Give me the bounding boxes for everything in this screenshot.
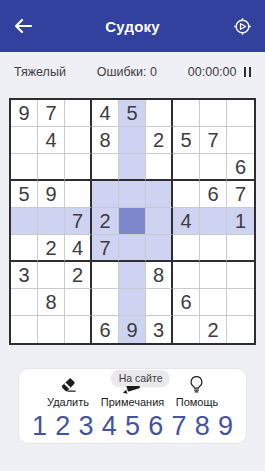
cell-r1c6[interactable] — [146, 100, 173, 127]
notes-badge: На сайте — [112, 370, 170, 386]
cell-r9c7[interactable] — [173, 316, 200, 343]
cell-r5c3[interactable]: 7 — [65, 208, 92, 235]
arrow-left-icon — [13, 18, 33, 34]
cell-r4c9[interactable]: 7 — [227, 181, 254, 208]
cell-r9c3[interactable] — [65, 316, 92, 343]
cell-r3c8[interactable] — [200, 154, 227, 181]
cell-r4c4[interactable] — [92, 181, 119, 208]
cell-r9c2[interactable] — [38, 316, 65, 343]
cell-r6c7[interactable] — [173, 235, 200, 262]
cell-r7c9[interactable] — [227, 262, 254, 289]
numpad-3[interactable]: 3 — [78, 413, 93, 440]
cell-r3c3[interactable] — [65, 154, 92, 181]
cell-r5c9[interactable]: 1 — [227, 208, 254, 235]
cell-r1c7[interactable] — [173, 100, 200, 127]
cell-r6c2[interactable]: 2 — [38, 235, 65, 262]
cell-r9c6[interactable]: 3 — [146, 316, 173, 343]
cell-r4c1[interactable]: 5 — [11, 181, 38, 208]
cell-r5c8[interactable] — [200, 208, 227, 235]
cell-r5c4[interactable]: 2 — [92, 208, 119, 235]
cell-r2c6[interactable]: 2 — [146, 127, 173, 154]
settings-button[interactable] — [228, 17, 252, 36]
cell-r3c2[interactable] — [38, 154, 65, 181]
cell-r4c6[interactable] — [146, 181, 173, 208]
cell-r3c5[interactable] — [119, 154, 146, 181]
mistakes-count: 0 — [150, 65, 157, 79]
cell-r9c8[interactable]: 2 — [200, 316, 227, 343]
sudoku-app: Судоку Тяжелый Ошибки: 0 00:00:00 974548… — [0, 0, 265, 471]
cell-r6c5[interactable] — [119, 235, 146, 262]
cell-r1c3[interactable] — [65, 100, 92, 127]
cell-r8c4[interactable] — [92, 289, 119, 316]
numpad: 123456789 — [28, 413, 237, 440]
cell-r2c3[interactable] — [65, 127, 92, 154]
timer-wrap: 00:00:00 — [188, 65, 251, 79]
cell-r8c2[interactable]: 8 — [38, 289, 65, 316]
cell-r7c1[interactable]: 3 — [11, 262, 38, 289]
cell-r8c6[interactable] — [146, 289, 173, 316]
actions-row: Удалить На сайте Примечания — [28, 375, 237, 408]
help-label: Помощь — [176, 396, 219, 408]
cell-r6c8[interactable] — [200, 235, 227, 262]
cell-r2c4[interactable]: 8 — [92, 127, 119, 154]
cell-r2c8[interactable]: 7 — [200, 127, 227, 154]
cell-r9c4[interactable]: 6 — [92, 316, 119, 343]
toolbar-card: Удалить На сайте Примечания — [18, 368, 247, 444]
app-bar: Судоку — [0, 0, 265, 52]
numpad-4[interactable]: 4 — [102, 413, 117, 440]
numpad-5[interactable]: 5 — [125, 413, 140, 440]
numpad-1[interactable]: 1 — [32, 413, 47, 440]
status-row: Тяжелый Ошибки: 0 00:00:00 — [14, 65, 251, 79]
page-title: Судоку — [37, 18, 228, 35]
cell-r1c4[interactable]: 4 — [92, 100, 119, 127]
cell-r5c5[interactable] — [119, 208, 146, 235]
cell-r1c8[interactable] — [200, 100, 227, 127]
numpad-8[interactable]: 8 — [195, 413, 210, 440]
eraser-icon — [58, 375, 78, 394]
numpad-9[interactable]: 9 — [218, 413, 233, 440]
sudoku-board: 974548257659677241247328866932 — [9, 98, 256, 345]
cell-r3c9[interactable]: 6 — [227, 154, 254, 181]
cell-r4c8[interactable]: 6 — [200, 181, 227, 208]
cell-r7c7[interactable] — [173, 262, 200, 289]
numpad-6[interactable]: 6 — [148, 413, 163, 440]
numpad-2[interactable]: 2 — [55, 413, 70, 440]
cell-r2c9[interactable] — [227, 127, 254, 154]
notes-button[interactable]: На сайте Примечания — [101, 375, 165, 408]
cell-r7c8[interactable] — [200, 262, 227, 289]
lightbulb-icon — [188, 375, 205, 394]
cell-r9c5[interactable]: 9 — [119, 316, 146, 343]
timer-value: 00:00:00 — [188, 65, 237, 79]
cell-r2c7[interactable]: 5 — [173, 127, 200, 154]
cell-r6c9[interactable] — [227, 235, 254, 262]
cell-r1c1[interactable]: 9 — [11, 100, 38, 127]
cell-r2c5[interactable] — [119, 127, 146, 154]
cell-r8c7[interactable]: 6 — [173, 289, 200, 316]
cell-r8c5[interactable] — [119, 289, 146, 316]
cell-r1c5[interactable]: 5 — [119, 100, 146, 127]
cell-r4c7[interactable] — [173, 181, 200, 208]
cell-r2c2[interactable]: 4 — [38, 127, 65, 154]
cell-r9c1[interactable] — [11, 316, 38, 343]
pause-icon — [244, 67, 247, 77]
pause-icon — [249, 67, 252, 77]
cell-r6c6[interactable] — [146, 235, 173, 262]
cell-r9c9[interactable] — [227, 316, 254, 343]
notes-label: Примечания — [101, 396, 165, 408]
cell-r5c7[interactable]: 4 — [173, 208, 200, 235]
cell-r8c9[interactable] — [227, 289, 254, 316]
cell-r4c3[interactable] — [65, 181, 92, 208]
cell-r3c1[interactable] — [11, 154, 38, 181]
cell-r7c4[interactable] — [92, 262, 119, 289]
erase-button[interactable]: Удалить — [40, 375, 96, 408]
cell-r4c2[interactable]: 9 — [38, 181, 65, 208]
cell-r3c6[interactable] — [146, 154, 173, 181]
cell-r4c5[interactable] — [119, 181, 146, 208]
cell-r8c1[interactable] — [11, 289, 38, 316]
difficulty-label: Тяжелый — [14, 65, 66, 79]
cell-r6c1[interactable] — [11, 235, 38, 262]
cell-r8c3[interactable] — [65, 289, 92, 316]
cell-r3c7[interactable] — [173, 154, 200, 181]
cell-r7c6[interactable]: 8 — [146, 262, 173, 289]
cell-r6c4[interactable]: 7 — [92, 235, 119, 262]
gear-icon — [233, 17, 252, 36]
cell-r1c9[interactable] — [227, 100, 254, 127]
numpad-7[interactable]: 7 — [171, 413, 186, 440]
cell-r8c8[interactable] — [200, 289, 227, 316]
cell-r5c6[interactable] — [146, 208, 173, 235]
cell-r7c2[interactable] — [38, 262, 65, 289]
mistakes: Ошибки: 0 — [97, 65, 157, 79]
cell-r7c3[interactable]: 2 — [65, 262, 92, 289]
back-button[interactable] — [13, 18, 37, 34]
cell-r1c2[interactable]: 7 — [38, 100, 65, 127]
cell-r5c1[interactable] — [11, 208, 38, 235]
cell-r3c4[interactable] — [92, 154, 119, 181]
cell-r2c1[interactable] — [11, 127, 38, 154]
cell-r5c2[interactable] — [38, 208, 65, 235]
help-button[interactable]: Помощь — [169, 375, 225, 408]
erase-label: Удалить — [47, 396, 89, 408]
cell-r6c3[interactable]: 4 — [65, 235, 92, 262]
mistakes-label: Ошибки: — [97, 65, 147, 79]
pause-button[interactable] — [244, 67, 252, 77]
cell-r7c5[interactable] — [119, 262, 146, 289]
